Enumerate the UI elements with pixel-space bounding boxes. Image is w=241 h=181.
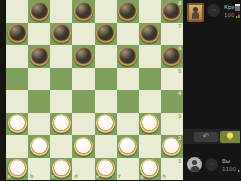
square-d4[interactable] (72, 90, 94, 113)
square-g7[interactable] (139, 23, 161, 46)
rating-bars-icon (238, 167, 241, 172)
square-c5[interactable] (50, 68, 72, 91)
square-c8[interactable] (50, 0, 72, 23)
square-h7[interactable]: 7 (161, 23, 183, 46)
square-h1[interactable]: 1h (161, 158, 183, 181)
square-f6[interactable] (117, 45, 139, 68)
game-window: 8765432abcdefg1h ··· Кристина 100 (0, 0, 240, 180)
square-e1[interactable]: e (95, 158, 117, 181)
square-e6[interactable] (95, 45, 117, 68)
opponent-info: ··· Кристина 100 (187, 3, 240, 22)
square-a1[interactable]: a (6, 158, 28, 181)
white-piece-c1[interactable] (52, 159, 71, 178)
black-piece-f8[interactable] (118, 2, 137, 21)
square-d7[interactable] (72, 23, 94, 46)
white-piece-d2[interactable] (74, 137, 93, 156)
hint-button[interactable] (220, 131, 240, 143)
square-e4[interactable] (95, 90, 117, 113)
black-piece-d8[interactable] (74, 2, 93, 21)
square-f4[interactable] (117, 90, 139, 113)
white-piece-f2[interactable] (118, 137, 137, 156)
square-d6[interactable] (72, 45, 94, 68)
player-rating: 1100 (222, 166, 240, 172)
country-flag-icon (235, 4, 240, 11)
black-piece-e7[interactable] (96, 24, 115, 43)
player-name: Вы (222, 158, 240, 164)
rank-label: 3 (178, 114, 181, 119)
black-piece-g7[interactable] (140, 24, 159, 43)
player-avatar[interactable] (187, 157, 202, 172)
square-e7[interactable] (95, 23, 117, 46)
square-h4[interactable]: 4 (161, 90, 183, 113)
sidebar: ··· Кристина 100 ↶ (183, 0, 240, 180)
square-f7[interactable] (117, 23, 139, 46)
square-a4[interactable] (6, 90, 28, 113)
square-g2[interactable] (139, 135, 161, 158)
white-piece-a1[interactable] (8, 159, 27, 178)
square-f2[interactable] (117, 135, 139, 158)
square-g1[interactable]: g (139, 158, 161, 181)
square-b4[interactable] (28, 90, 50, 113)
square-c2[interactable] (50, 135, 72, 158)
black-piece-b6[interactable] (30, 47, 49, 66)
square-a8[interactable] (6, 0, 28, 23)
square-c7[interactable] (50, 23, 72, 46)
square-b5[interactable] (28, 68, 50, 91)
square-f5[interactable] (117, 68, 139, 91)
white-piece-g3[interactable] (140, 114, 159, 133)
opponent-avatar[interactable] (187, 3, 204, 22)
checkers-board: 8765432abcdefg1h (6, 0, 183, 180)
square-h8[interactable]: 8 (161, 0, 183, 23)
white-piece-g1[interactable] (140, 159, 159, 178)
file-label: b (30, 174, 34, 179)
square-f1[interactable]: f (117, 158, 139, 181)
black-piece-h8[interactable] (162, 2, 181, 21)
person-silhouette-icon (192, 160, 197, 165)
black-piece-b8[interactable] (30, 2, 49, 21)
file-label: d (74, 174, 78, 179)
rank-label: 1 (178, 159, 181, 164)
square-a2[interactable] (6, 135, 28, 158)
square-d1[interactable]: d (72, 158, 94, 181)
white-piece-e1[interactable] (96, 159, 115, 178)
square-g6[interactable] (139, 45, 161, 68)
square-c4[interactable] (50, 90, 72, 113)
square-b8[interactable] (28, 0, 50, 23)
chat-bubble-icon[interactable]: ··· (207, 4, 220, 17)
square-c3[interactable] (50, 113, 72, 136)
square-a7[interactable] (6, 23, 28, 46)
file-label: h (162, 174, 166, 179)
black-piece-c7[interactable] (52, 24, 71, 43)
black-piece-f6[interactable] (118, 47, 137, 66)
square-d5[interactable] (72, 68, 94, 91)
square-g5[interactable] (139, 68, 161, 91)
square-g3[interactable] (139, 113, 161, 136)
player-info: ··· Вы 1100 (187, 157, 240, 172)
square-a3[interactable] (6, 113, 28, 136)
undo-button[interactable]: ↶ (194, 132, 218, 142)
square-e2[interactable] (95, 135, 117, 158)
square-h3[interactable]: 3 (161, 113, 183, 136)
white-piece-h2[interactable] (162, 137, 181, 156)
square-h2[interactable]: 2 (161, 135, 183, 158)
square-a5[interactable] (6, 68, 28, 91)
square-e8[interactable] (95, 0, 117, 23)
rating-bars-icon (236, 13, 240, 18)
square-g4[interactable] (139, 90, 161, 113)
square-g8[interactable] (139, 0, 161, 23)
square-f3[interactable] (117, 113, 139, 136)
square-b6[interactable] (28, 45, 50, 68)
square-e5[interactable] (95, 68, 117, 91)
square-f8[interactable] (117, 0, 139, 23)
square-e3[interactable] (95, 113, 117, 136)
black-piece-d6[interactable] (74, 47, 93, 66)
square-c1[interactable]: c (50, 158, 72, 181)
square-d8[interactable] (72, 0, 94, 23)
square-h5[interactable]: 5 (161, 68, 183, 91)
square-b2[interactable] (28, 135, 50, 158)
rank-label: 7 (178, 24, 181, 29)
square-c6[interactable] (50, 45, 72, 68)
game-toolbar: ↶ (183, 129, 240, 144)
black-piece-a7[interactable] (8, 24, 27, 43)
rank-label: 4 (178, 91, 181, 96)
black-piece-h6[interactable] (162, 47, 181, 66)
square-h6[interactable]: 6 (161, 45, 183, 68)
square-b1[interactable]: b (28, 158, 50, 181)
square-d3[interactable] (72, 113, 94, 136)
square-b7[interactable] (28, 23, 50, 46)
white-piece-a3[interactable] (8, 114, 27, 133)
chat-bubble-icon[interactable]: ··· (205, 158, 218, 171)
lightbulb-icon (226, 132, 234, 141)
square-d2[interactable] (72, 135, 94, 158)
square-b3[interactable] (28, 113, 50, 136)
white-piece-b2[interactable] (30, 137, 49, 156)
opponent-rating: 100 (224, 12, 240, 18)
rank-label: 5 (178, 69, 181, 74)
white-piece-e3[interactable] (96, 114, 115, 133)
square-a6[interactable] (6, 45, 28, 68)
white-piece-c3[interactable] (52, 114, 71, 133)
file-label: f (118, 174, 120, 179)
